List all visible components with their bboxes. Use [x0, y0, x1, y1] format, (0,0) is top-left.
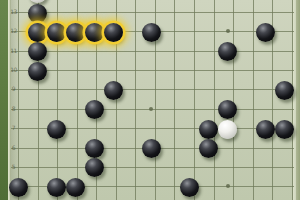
- row-label: 12: [9, 28, 18, 34]
- black-stone: [28, 42, 47, 61]
- star-point: [226, 184, 230, 188]
- grid-line-horizontal: [11, 12, 294, 13]
- black-stone: [104, 81, 123, 100]
- grid-line-horizontal: [11, 89, 294, 90]
- black-stone: [142, 23, 161, 42]
- black-stone: [66, 178, 85, 197]
- grid-line-horizontal: [11, 167, 294, 168]
- gomoku-game-screen: 13121110987654: [0, 0, 300, 200]
- black-stone-winning: [85, 23, 104, 42]
- row-label: 10: [9, 67, 18, 73]
- black-stone: [47, 178, 66, 197]
- black-stone: [180, 178, 199, 197]
- grid-line-vertical: [135, 0, 136, 200]
- row-label: 9: [9, 86, 18, 92]
- grid-line-vertical: [292, 0, 293, 200]
- black-stone: [85, 158, 104, 177]
- black-stone: [275, 120, 294, 139]
- grid-line-horizontal: [11, 51, 294, 52]
- row-label: 7: [9, 125, 18, 131]
- black-stone: [47, 120, 66, 139]
- black-stone: [28, 62, 47, 81]
- row-label: 5: [9, 164, 18, 170]
- grid-line-vertical: [18, 0, 19, 200]
- grid-line-vertical: [174, 0, 175, 200]
- grid-line-vertical: [214, 0, 215, 200]
- board-right-bevel: [296, 0, 300, 200]
- row-label: 6: [9, 145, 18, 151]
- black-stone-winning: [47, 23, 66, 42]
- black-stone: [199, 120, 218, 139]
- black-stone-winning: [28, 23, 47, 42]
- row-label: 11: [9, 48, 18, 54]
- row-label: 8: [9, 106, 18, 112]
- black-stone: [9, 178, 28, 197]
- black-stone: [85, 139, 104, 158]
- black-stone: [142, 139, 161, 158]
- grid-line-horizontal: [11, 70, 294, 71]
- grid-line-vertical: [253, 0, 254, 200]
- white-stone: [218, 120, 237, 139]
- grid-line-vertical: [233, 0, 234, 200]
- black-stone: [199, 139, 218, 158]
- black-stone: [256, 120, 275, 139]
- grid-line-vertical: [194, 0, 195, 200]
- black-stone: [28, 4, 47, 23]
- row-label: 13: [9, 9, 18, 15]
- black-stone-winning: [66, 23, 85, 42]
- black-stone: [85, 100, 104, 119]
- black-stone-winning: [104, 23, 123, 42]
